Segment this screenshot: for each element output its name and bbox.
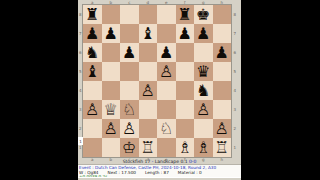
rank-label-left-2: 2 [79, 119, 82, 138]
file-label-top-d: d [139, 1, 158, 5]
black-pawn-piece[interactable]: ♟ [122, 43, 136, 62]
square-g2[interactable] [194, 119, 213, 138]
square-d7[interactable]: ♝ [139, 24, 158, 43]
square-c4[interactable] [120, 81, 139, 100]
file-label-top-a: a [83, 1, 102, 5]
square-a6[interactable]: ♞ [83, 43, 102, 62]
square-d1[interactable]: ♖ [139, 138, 158, 157]
white-queen-piece[interactable]: ♕ [104, 100, 118, 119]
rank-label-right-3: 3 [234, 100, 237, 119]
black-rook-piece[interactable]: ♜ [178, 5, 192, 24]
black-knight-piece[interactable]: ♞ [196, 81, 210, 100]
black-knight-piece[interactable]: ♞ [85, 43, 99, 62]
square-g8[interactable]: ♚ [194, 5, 213, 24]
square-e7[interactable] [157, 24, 176, 43]
file-label-bottom-c: c [120, 158, 139, 162]
square-f7[interactable]: ♟ [176, 24, 195, 43]
file-label-top-h: h [213, 1, 232, 5]
square-d2[interactable] [139, 119, 158, 138]
square-b2[interactable]: ♙ [102, 119, 121, 138]
square-e3[interactable] [157, 100, 176, 119]
file-label-top-c: c [120, 1, 139, 5]
square-d3[interactable] [139, 100, 158, 119]
rank-label-left-4: 4 [79, 81, 82, 100]
square-g6[interactable] [194, 43, 213, 62]
white-rook-piece[interactable]: ♖ [141, 138, 155, 157]
black-pawn-piece[interactable]: ♟ [178, 24, 192, 43]
square-b6[interactable] [102, 43, 121, 62]
rank-label-right-5: 5 [234, 62, 237, 81]
rank-label-left-1: 1 [79, 138, 82, 157]
material-label: Material : 0 [178, 170, 202, 175]
file-label-top-b: b [102, 1, 121, 5]
square-h8[interactable] [213, 5, 232, 24]
square-d4[interactable]: ♙ [139, 81, 158, 100]
square-e6[interactable]: ♟ [157, 43, 176, 62]
square-c6[interactable]: ♟ [120, 43, 139, 62]
rank-label-right-6: 6 [234, 43, 237, 62]
square-f8[interactable]: ♜ [176, 5, 195, 24]
white-knight-piece[interactable]: ♘ [159, 119, 173, 138]
white-bishop-piece[interactable]: ♗ [178, 138, 192, 157]
square-h2[interactable]: ♙ [213, 119, 232, 138]
square-h5[interactable] [213, 62, 232, 81]
square-a3[interactable]: ♙ [83, 100, 102, 119]
rank-label-left-8: 8 [79, 5, 82, 24]
square-c1[interactable]: ♔ [120, 138, 139, 157]
square-b1[interactable] [102, 138, 121, 157]
black-rook-piece[interactable]: ♜ [85, 5, 99, 24]
square-e8[interactable] [157, 5, 176, 24]
square-b4[interactable] [102, 81, 121, 100]
square-d8[interactable] [139, 5, 158, 24]
file-label-bottom-e: e [157, 158, 176, 162]
square-h3[interactable] [213, 100, 232, 119]
rank-label-left-7: 7 [79, 24, 82, 43]
rank-label-right-8: 8 [234, 5, 237, 24]
bottom-divider [78, 177, 241, 180]
rank-label-right-7: 7 [234, 24, 237, 43]
square-b5[interactable] [102, 62, 121, 81]
square-e1[interactable] [157, 138, 176, 157]
file-label-bottom-g: g [194, 158, 213, 162]
chess-gui-panel: ♜♜♚♟♟♝♟♟♞♟♟♟♝♙♛♙♞♙♕♘♙♙♙♘♙♔♖♗♗♖ 1 Stockfi… [78, 0, 241, 180]
video-frame: ♜♜♚♟♟♝♟♟♞♟♟♟♝♙♛♙♞♙♕♘♙♙♙♘♙♔♖♗♗♖ 1 Stockfi… [0, 0, 320, 180]
square-a2[interactable] [83, 119, 102, 138]
white-pawn-piece[interactable]: ♙ [159, 62, 173, 81]
black-bishop-piece[interactable]: ♝ [85, 62, 99, 81]
file-label-bottom-d: d [139, 158, 158, 162]
square-c5[interactable] [120, 62, 139, 81]
file-label-bottom-h: h [213, 158, 232, 162]
white-pawn-piece[interactable]: ♙ [215, 119, 229, 138]
black-queen-piece[interactable]: ♛ [196, 62, 210, 81]
rank-label-right-1: 1 [234, 138, 237, 157]
square-c8[interactable] [120, 5, 139, 24]
square-h4[interactable] [213, 81, 232, 100]
length-label: Length : 87 [145, 170, 169, 175]
white-pawn-piece[interactable]: ♙ [122, 119, 136, 138]
square-g7[interactable]: ♟ [194, 24, 213, 43]
square-f1[interactable]: ♗ [176, 138, 195, 157]
square-e2[interactable]: ♘ [157, 119, 176, 138]
black-pawn-piece[interactable]: ♟ [104, 24, 118, 43]
square-b8[interactable] [102, 5, 121, 24]
file-label-bottom-f: f [176, 158, 195, 162]
file-label-top-e: e [157, 1, 176, 5]
white-pawn-piece[interactable]: ♙ [196, 100, 210, 119]
square-h1[interactable]: ♖ [213, 138, 232, 157]
white-pawn-piece[interactable]: ♙ [141, 81, 155, 100]
square-b3[interactable]: ♕ [102, 100, 121, 119]
square-f6[interactable] [176, 43, 195, 62]
square-f4[interactable] [176, 81, 195, 100]
square-a8[interactable]: ♜ [83, 5, 102, 24]
square-d5[interactable] [139, 62, 158, 81]
square-a4[interactable] [83, 81, 102, 100]
white-knight-piece[interactable]: ♘ [122, 100, 136, 119]
square-h7[interactable] [213, 24, 232, 43]
square-d6[interactable] [139, 43, 158, 62]
next-label: Next : 17.500 [108, 170, 136, 175]
rank-label-left-3: 3 [79, 100, 82, 119]
square-a1[interactable] [83, 138, 102, 157]
square-f3[interactable] [176, 100, 195, 119]
rank-label-left-5: 5 [79, 62, 82, 81]
square-a7[interactable]: ♟ [83, 24, 102, 43]
square-e4[interactable] [157, 81, 176, 100]
black-bishop-piece[interactable]: ♝ [141, 24, 155, 43]
square-f2[interactable] [176, 119, 195, 138]
square-g4[interactable]: ♞ [194, 81, 213, 100]
square-a5[interactable]: ♝ [83, 62, 102, 81]
white-rook-piece[interactable]: ♖ [215, 138, 229, 157]
black-king-piece[interactable]: ♚ [196, 5, 210, 24]
black-pawn-piece[interactable]: ♟ [215, 43, 229, 62]
rank-label-right-4: 4 [234, 81, 237, 100]
square-c2[interactable]: ♙ [120, 119, 139, 138]
black-pawn-piece[interactable]: ♟ [196, 24, 210, 43]
white-pawn-piece[interactable]: ♙ [104, 119, 118, 138]
black-pawn-piece[interactable]: ♟ [159, 43, 173, 62]
file-label-bottom-a: a [83, 158, 102, 162]
chess-board: ♜♜♚♟♟♝♟♟♞♟♟♟♝♙♛♙♞♙♕♘♙♙♙♘♙♔♖♗♗♖ [83, 5, 231, 157]
square-g3[interactable]: ♙ [194, 100, 213, 119]
square-c3[interactable]: ♘ [120, 100, 139, 119]
square-f5[interactable] [176, 62, 195, 81]
white-pawn-piece[interactable]: ♙ [85, 100, 99, 119]
square-e5[interactable]: ♙ [157, 62, 176, 81]
file-label-top-g: g [194, 1, 213, 5]
square-b7[interactable]: ♟ [102, 24, 121, 43]
file-label-bottom-b: b [102, 158, 121, 162]
square-c7[interactable] [120, 24, 139, 43]
square-h6[interactable]: ♟ [213, 43, 232, 62]
square-g5[interactable]: ♛ [194, 62, 213, 81]
square-g1[interactable]: ♗ [194, 138, 213, 157]
white-king-piece[interactable]: ♔ [122, 138, 136, 157]
file-label-top-f: f [176, 1, 195, 5]
white-bishop-piece[interactable]: ♗ [196, 138, 210, 157]
rank-label-right-2: 2 [234, 119, 237, 138]
rank-label-left-6: 6 [79, 43, 82, 62]
black-pawn-piece[interactable]: ♟ [85, 24, 99, 43]
